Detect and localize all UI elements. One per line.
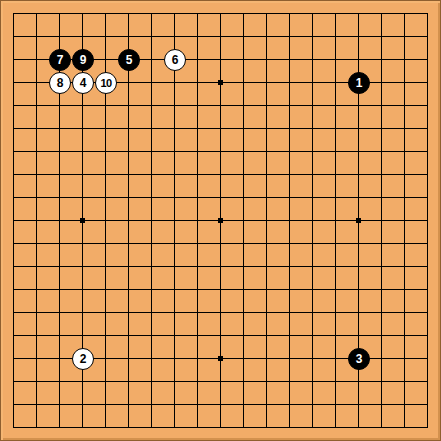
stone-black-q4: 3 xyxy=(348,348,370,370)
stone-white-h17: 6 xyxy=(164,49,186,71)
grid-lines: 12345678910 xyxy=(13,13,428,428)
go-board: 12345678910 xyxy=(0,0,441,441)
star-point xyxy=(218,218,223,223)
stone-black-f17: 5 xyxy=(118,49,140,71)
star-point xyxy=(218,80,223,85)
star-point xyxy=(80,218,85,223)
stone-black-c17: 7 xyxy=(49,49,71,71)
star-point xyxy=(218,356,223,361)
stone-white-d16: 4 xyxy=(72,72,94,94)
stone-black-q16: 1 xyxy=(348,72,370,94)
stone-white-c16: 8 xyxy=(49,72,71,94)
star-point xyxy=(356,218,361,223)
stone-white-e16: 10 xyxy=(95,72,117,94)
stone-white-d4: 2 xyxy=(72,348,94,370)
stone-black-d17: 9 xyxy=(72,49,94,71)
